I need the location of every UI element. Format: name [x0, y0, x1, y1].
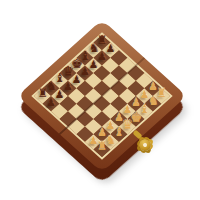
- product-photo: ♜♞♝♛♚♝♞♜♟♟♟♟♟♟♟♟♟♟♟♟♟♟♟♟♜♞♝♛♚♝♞♜: [0, 0, 200, 200]
- clasp-link-icon: [132, 130, 142, 140]
- black-rook-h8: ♜: [97, 35, 107, 46]
- white-rook-h1: ♜: [156, 88, 166, 99]
- clasp-flower-icon: [138, 138, 153, 153]
- brass-clasp-icon: [131, 130, 165, 166]
- white-pawn-h2: ♟: [148, 81, 157, 91]
- black-pawn-h7: ♟: [106, 43, 115, 53]
